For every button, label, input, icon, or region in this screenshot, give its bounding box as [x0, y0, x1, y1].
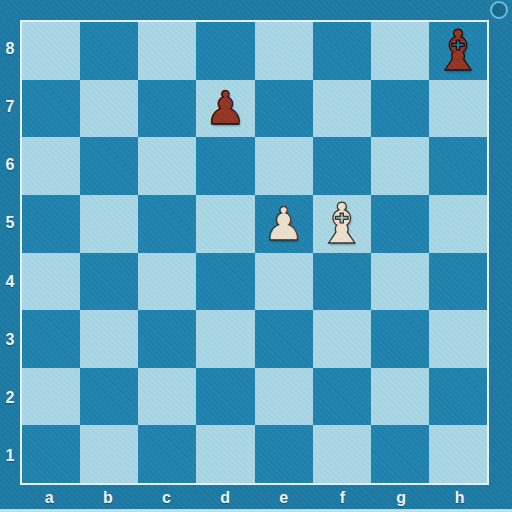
square-g8[interactable]	[371, 22, 429, 80]
square-g4[interactable]	[371, 253, 429, 311]
square-e5[interactable]: ♟	[255, 195, 313, 253]
square-c4[interactable]	[138, 253, 196, 311]
square-e3[interactable]	[255, 310, 313, 368]
rank-label-6: 6	[0, 136, 20, 194]
rank-label-8: 8	[0, 20, 20, 78]
square-a3[interactable]	[22, 310, 80, 368]
square-c1[interactable]	[138, 425, 196, 483]
square-f7[interactable]	[313, 80, 371, 138]
piece-white-pawn-e5[interactable]: ♟	[263, 201, 304, 247]
square-f1[interactable]	[313, 425, 371, 483]
file-label-h: h	[430, 485, 489, 511]
square-c6[interactable]	[138, 137, 196, 195]
square-c7[interactable]	[138, 80, 196, 138]
square-d5[interactable]	[196, 195, 254, 253]
square-e4[interactable]	[255, 253, 313, 311]
square-a4[interactable]	[22, 253, 80, 311]
square-d8[interactable]	[196, 22, 254, 80]
square-c8[interactable]	[138, 22, 196, 80]
rank-label-1: 1	[0, 427, 20, 485]
square-d6[interactable]	[196, 137, 254, 195]
square-a7[interactable]	[22, 80, 80, 138]
square-g7[interactable]	[371, 80, 429, 138]
square-f5[interactable]: ♝	[313, 195, 371, 253]
square-h8[interactable]: ♝	[429, 22, 487, 80]
square-a2[interactable]	[22, 368, 80, 426]
file-label-g: g	[372, 485, 431, 511]
file-label-a: a	[20, 485, 79, 511]
square-h2[interactable]	[429, 368, 487, 426]
piece-white-bishop-f5[interactable]: ♝	[317, 196, 367, 252]
square-h6[interactable]	[429, 137, 487, 195]
square-h3[interactable]	[429, 310, 487, 368]
rank-label-3: 3	[0, 311, 20, 369]
square-d1[interactable]	[196, 425, 254, 483]
square-f2[interactable]	[313, 368, 371, 426]
square-d4[interactable]	[196, 253, 254, 311]
square-g2[interactable]	[371, 368, 429, 426]
square-b2[interactable]	[80, 368, 138, 426]
rank-label-7: 7	[0, 78, 20, 136]
square-b3[interactable]	[80, 310, 138, 368]
square-f6[interactable]	[313, 137, 371, 195]
chess-board: ♝♟♟♝	[20, 20, 489, 485]
square-g3[interactable]	[371, 310, 429, 368]
square-g6[interactable]	[371, 137, 429, 195]
square-f8[interactable]	[313, 22, 371, 80]
square-b5[interactable]	[80, 195, 138, 253]
square-e6[interactable]	[255, 137, 313, 195]
file-label-c: c	[137, 485, 196, 511]
square-d7[interactable]: ♟	[196, 80, 254, 138]
square-h7[interactable]	[429, 80, 487, 138]
square-a6[interactable]	[22, 137, 80, 195]
square-h4[interactable]	[429, 253, 487, 311]
file-label-b: b	[79, 485, 138, 511]
square-a8[interactable]	[22, 22, 80, 80]
square-e8[interactable]	[255, 22, 313, 80]
square-g5[interactable]	[371, 195, 429, 253]
file-labels: abcdefgh	[20, 485, 489, 511]
square-c2[interactable]	[138, 368, 196, 426]
square-f3[interactable]	[313, 310, 371, 368]
file-label-d: d	[196, 485, 255, 511]
square-d2[interactable]	[196, 368, 254, 426]
square-h1[interactable]	[429, 425, 487, 483]
square-b7[interactable]	[80, 80, 138, 138]
square-h5[interactable]	[429, 195, 487, 253]
square-c3[interactable]	[138, 310, 196, 368]
rank-labels: 87654321	[0, 20, 20, 485]
piece-black-bishop-h8[interactable]: ♝	[433, 23, 483, 79]
square-e1[interactable]	[255, 425, 313, 483]
piece-black-pawn-d7[interactable]: ♟	[205, 85, 246, 131]
chess-board-frame: ♝♟♟♝ 87654321 abcdefgh	[0, 0, 512, 512]
square-a5[interactable]	[22, 195, 80, 253]
file-label-e: e	[255, 485, 314, 511]
rank-label-2: 2	[0, 369, 20, 427]
square-g1[interactable]	[371, 425, 429, 483]
square-e2[interactable]	[255, 368, 313, 426]
square-d3[interactable]	[196, 310, 254, 368]
square-e7[interactable]	[255, 80, 313, 138]
square-b8[interactable]	[80, 22, 138, 80]
file-label-f: f	[313, 485, 372, 511]
square-a1[interactable]	[22, 425, 80, 483]
square-c5[interactable]	[138, 195, 196, 253]
square-b1[interactable]	[80, 425, 138, 483]
square-b4[interactable]	[80, 253, 138, 311]
square-b6[interactable]	[80, 137, 138, 195]
rank-label-4: 4	[0, 253, 20, 311]
square-f4[interactable]	[313, 253, 371, 311]
rank-label-5: 5	[0, 194, 20, 252]
circle-marker-icon[interactable]	[490, 1, 508, 19]
